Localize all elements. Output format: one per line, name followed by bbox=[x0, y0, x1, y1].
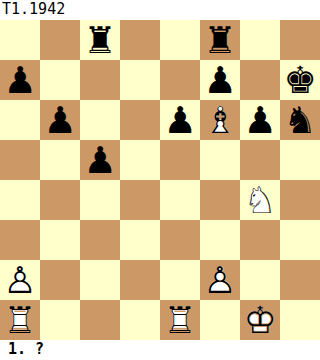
black-pawn: ♟ bbox=[83, 142, 116, 179]
puzzle-title: T1.1942 bbox=[0, 0, 320, 20]
white-king: ♚♔ bbox=[243, 302, 276, 339]
square-f1[interactable] bbox=[200, 300, 240, 340]
square-c5[interactable]: ♟ bbox=[80, 140, 120, 180]
square-f8[interactable]: ♜ bbox=[200, 20, 240, 60]
square-h7[interactable]: ♚ bbox=[280, 60, 320, 100]
square-b7[interactable] bbox=[40, 60, 80, 100]
square-c8[interactable]: ♜ bbox=[80, 20, 120, 60]
square-b4[interactable] bbox=[40, 180, 80, 220]
square-b8[interactable] bbox=[40, 20, 80, 60]
square-e4[interactable] bbox=[160, 180, 200, 220]
black-pawn: ♟ bbox=[243, 102, 276, 139]
square-h5[interactable] bbox=[280, 140, 320, 180]
square-b2[interactable] bbox=[40, 260, 80, 300]
square-e6[interactable]: ♟ bbox=[160, 100, 200, 140]
white-bishop: ♝♗ bbox=[203, 102, 236, 139]
square-d6[interactable] bbox=[120, 100, 160, 140]
square-a6[interactable] bbox=[0, 100, 40, 140]
square-c2[interactable] bbox=[80, 260, 120, 300]
square-d2[interactable] bbox=[120, 260, 160, 300]
square-g8[interactable] bbox=[240, 20, 280, 60]
chess-board: ♜♜♟♟♚♟♟♝♗♟♞♟♞♘♟♙♟♙♜♖♜♖♚♔ bbox=[0, 20, 320, 340]
square-h4[interactable] bbox=[280, 180, 320, 220]
white-rook: ♜♖ bbox=[163, 302, 196, 339]
square-b5[interactable] bbox=[40, 140, 80, 180]
square-d5[interactable] bbox=[120, 140, 160, 180]
square-d4[interactable] bbox=[120, 180, 160, 220]
black-king: ♚ bbox=[283, 62, 316, 99]
square-a4[interactable] bbox=[0, 180, 40, 220]
square-e1[interactable]: ♜♖ bbox=[160, 300, 200, 340]
square-c1[interactable] bbox=[80, 300, 120, 340]
square-h3[interactable] bbox=[280, 220, 320, 260]
square-b3[interactable] bbox=[40, 220, 80, 260]
square-a2[interactable]: ♟♙ bbox=[0, 260, 40, 300]
move-prompt: 1. ? bbox=[0, 340, 320, 360]
square-d3[interactable] bbox=[120, 220, 160, 260]
square-a1[interactable]: ♜♖ bbox=[0, 300, 40, 340]
black-pawn: ♟ bbox=[43, 102, 76, 139]
square-c4[interactable] bbox=[80, 180, 120, 220]
square-d1[interactable] bbox=[120, 300, 160, 340]
black-pawn: ♟ bbox=[203, 62, 236, 99]
square-f6[interactable]: ♝♗ bbox=[200, 100, 240, 140]
square-g7[interactable] bbox=[240, 60, 280, 100]
white-rook: ♜♖ bbox=[3, 302, 36, 339]
square-h8[interactable] bbox=[280, 20, 320, 60]
square-c3[interactable] bbox=[80, 220, 120, 260]
square-h6[interactable]: ♞ bbox=[280, 100, 320, 140]
square-h2[interactable] bbox=[280, 260, 320, 300]
square-b1[interactable] bbox=[40, 300, 80, 340]
white-pawn: ♟♙ bbox=[3, 262, 36, 299]
black-rook: ♜ bbox=[83, 22, 116, 59]
black-pawn: ♟ bbox=[163, 102, 196, 139]
square-g1[interactable]: ♚♔ bbox=[240, 300, 280, 340]
square-f2[interactable]: ♟♙ bbox=[200, 260, 240, 300]
square-c6[interactable] bbox=[80, 100, 120, 140]
white-knight: ♞♘ bbox=[243, 182, 276, 219]
square-e7[interactable] bbox=[160, 60, 200, 100]
square-e8[interactable] bbox=[160, 20, 200, 60]
square-e5[interactable] bbox=[160, 140, 200, 180]
square-a8[interactable] bbox=[0, 20, 40, 60]
square-f7[interactable]: ♟ bbox=[200, 60, 240, 100]
square-a3[interactable] bbox=[0, 220, 40, 260]
square-d7[interactable] bbox=[120, 60, 160, 100]
square-f5[interactable] bbox=[200, 140, 240, 180]
square-b6[interactable]: ♟ bbox=[40, 100, 80, 140]
black-pawn: ♟ bbox=[3, 62, 36, 99]
square-g6[interactable]: ♟ bbox=[240, 100, 280, 140]
square-f4[interactable] bbox=[200, 180, 240, 220]
square-e2[interactable] bbox=[160, 260, 200, 300]
white-pawn: ♟♙ bbox=[203, 262, 236, 299]
square-g2[interactable] bbox=[240, 260, 280, 300]
black-knight: ♞ bbox=[283, 102, 316, 139]
square-c7[interactable] bbox=[80, 60, 120, 100]
square-g4[interactable]: ♞♘ bbox=[240, 180, 280, 220]
square-a7[interactable]: ♟ bbox=[0, 60, 40, 100]
square-d8[interactable] bbox=[120, 20, 160, 60]
square-a5[interactable] bbox=[0, 140, 40, 180]
square-g3[interactable] bbox=[240, 220, 280, 260]
black-rook: ♜ bbox=[203, 22, 236, 59]
square-h1[interactable] bbox=[280, 300, 320, 340]
square-e3[interactable] bbox=[160, 220, 200, 260]
square-f3[interactable] bbox=[200, 220, 240, 260]
square-g5[interactable] bbox=[240, 140, 280, 180]
